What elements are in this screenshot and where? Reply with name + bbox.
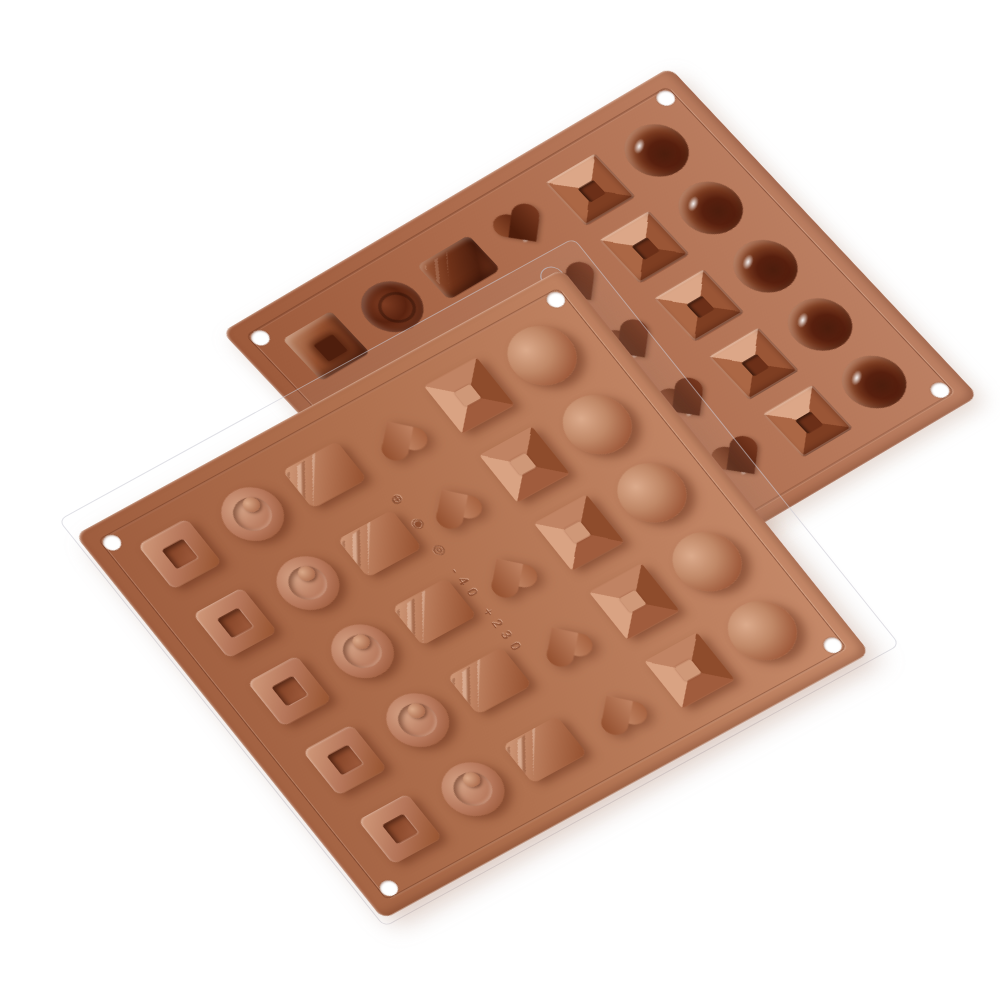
product-photo: ⊕ ◉ ◎ -40 +230 <box>0 0 1000 1000</box>
specular-highlight <box>740 253 755 271</box>
specular-highlight <box>631 137 646 155</box>
specular-highlight <box>686 195 701 213</box>
fr-heart-shape <box>581 680 653 740</box>
fr-heart-shape <box>361 405 433 465</box>
fr-wave-shape <box>283 441 368 509</box>
fr-wave-shape <box>502 715 587 783</box>
fr-square-shape <box>138 518 223 589</box>
specular-highlight <box>849 369 864 387</box>
specular-highlight <box>521 230 534 244</box>
fr-square-shape <box>193 587 278 658</box>
fr-square-shape <box>358 793 443 864</box>
fr-square-shape <box>248 656 333 727</box>
specular-highlight <box>795 311 810 329</box>
fr-square-shape <box>303 724 388 795</box>
